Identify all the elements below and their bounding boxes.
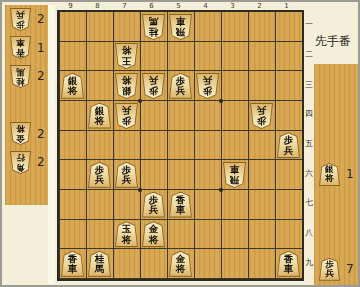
board-cell-9-6[interactable] — [59, 160, 86, 190]
board-cell-5-2[interactable] — [167, 42, 194, 72]
piece-kanji: 車 — [170, 16, 191, 27]
piece-face: 香車 — [11, 37, 30, 58]
board-cell-9-5[interactable] — [59, 131, 86, 161]
hand-count: 1 — [346, 167, 356, 181]
hand-count: 2 — [37, 12, 47, 26]
hand-slot: 歩兵7 — [314, 253, 359, 285]
board-cell-8-2[interactable] — [86, 42, 113, 72]
hand-slot-empty — [5, 176, 48, 205]
board-cell-5-4[interactable] — [167, 101, 194, 131]
piece-face: 角行 — [11, 152, 30, 173]
shogi-piece-sente[interactable]: 銀将 — [61, 73, 84, 99]
piece-kanji: 兵 — [116, 175, 137, 186]
hand-slot: 歩兵2 — [5, 5, 48, 34]
piece-kanji: 兵 — [89, 175, 110, 186]
shogi-piece-sente[interactable]: 香車 — [169, 192, 192, 218]
hand-count: 2 — [37, 127, 47, 141]
board-cell-1-1[interactable] — [275, 12, 302, 42]
piece-kanji: 兵 — [278, 146, 299, 157]
shogi-piece-sente[interactable]: 歩兵 — [277, 132, 300, 158]
board-cell-3-4[interactable] — [221, 101, 248, 131]
piece-kanji: 金 — [11, 134, 30, 144]
piece-kanji: 車 — [11, 38, 30, 48]
board-cell-9-1[interactable] — [59, 12, 86, 42]
shogi-piece-sente[interactable]: 金将 — [169, 251, 192, 277]
piece-face: 歩兵 — [320, 259, 339, 280]
piece-kanji: 兵 — [251, 105, 272, 116]
piece-face: 金将 — [170, 252, 191, 276]
board-cell-4-9[interactable] — [194, 249, 221, 279]
piece-kanji: 兵 — [197, 75, 218, 86]
board-cell-9-7[interactable] — [59, 190, 86, 220]
piece-face: 歩兵 — [251, 104, 272, 128]
shogi-piece-gote[interactable]: 歩兵 — [10, 8, 31, 31]
shogi-piece-sente[interactable]: 歩兵 — [88, 162, 111, 188]
board-cell-8-1[interactable] — [86, 12, 113, 42]
piece-face: 銀将 — [116, 74, 137, 98]
board-cell-7-9[interactable] — [113, 249, 140, 279]
piece-kanji: 王 — [116, 56, 137, 67]
piece-face: 歩兵 — [143, 74, 164, 98]
piece-kanji: 歩 — [116, 115, 137, 126]
shogi-piece-gote[interactable]: 飛車 — [169, 14, 192, 40]
piece-kanji: 将 — [62, 86, 83, 97]
shogi-piece-gote[interactable]: 歩兵 — [196, 73, 219, 99]
piece-face: 歩兵 — [143, 193, 164, 217]
shogi-app: 歩兵2香車1桂馬2金将2角行2 987654321 桂馬飛車王将銀将銀将歩兵歩兵… — [0, 0, 360, 287]
rank-label: 一 — [303, 10, 315, 40]
board-cell-2-7[interactable] — [248, 190, 275, 220]
shogi-piece-sente[interactable]: 歩兵 — [115, 162, 138, 188]
tray-divider-strip — [48, 5, 55, 284]
board-cell-1-4[interactable] — [275, 101, 302, 131]
piece-kanji: 兵 — [143, 205, 164, 216]
piece-face: 銀将 — [320, 164, 339, 185]
hand-slot-empty — [314, 96, 359, 128]
board-cell-1-8[interactable] — [275, 220, 302, 250]
board-cell-3-7[interactable] — [221, 190, 248, 220]
piece-kanji: 兵 — [116, 105, 137, 116]
board-cell-8-5[interactable] — [86, 131, 113, 161]
shogi-piece-gote[interactable]: 角行 — [10, 151, 31, 174]
piece-kanji: 車 — [278, 264, 299, 275]
board-cell-1-2[interactable] — [275, 42, 302, 72]
piece-kanji: 飛 — [224, 174, 245, 185]
board-cell-2-6[interactable] — [248, 160, 275, 190]
piece-kanji: 兵 — [170, 86, 191, 97]
hoshi-dot — [138, 99, 142, 103]
gote-hand-tray: 歩兵2香車1桂馬2金将2角行2 — [5, 5, 48, 205]
piece-kanji: 飛 — [170, 26, 191, 37]
board-cell-3-2[interactable] — [221, 42, 248, 72]
board-cells — [59, 12, 302, 279]
shogi-piece-gote[interactable]: 桂馬 — [10, 65, 31, 88]
piece-face: 桂馬 — [143, 15, 164, 39]
shogi-piece-gote[interactable]: 金将 — [10, 122, 31, 145]
piece-kanji: 将 — [170, 264, 191, 275]
piece-face: 桂馬 — [11, 66, 30, 87]
piece-kanji: 将 — [143, 235, 164, 246]
board: 桂馬飛車王将銀将銀将歩兵歩兵歩兵銀将歩兵歩兵歩兵歩兵歩兵飛車歩兵香車玉将金将香車… — [57, 10, 304, 281]
piece-face: 銀将 — [89, 104, 110, 128]
piece-kanji: 兵 — [320, 269, 339, 279]
hoshi-dot — [219, 99, 223, 103]
board-cell-4-7[interactable] — [194, 190, 221, 220]
shogi-piece-sente[interactable]: 歩兵 — [319, 258, 340, 281]
piece-face: 金将 — [11, 123, 30, 144]
shogi-piece-gote[interactable]: 飛車 — [223, 162, 246, 188]
piece-face: 金将 — [143, 222, 164, 246]
piece-kanji: 将 — [11, 124, 30, 134]
piece-kanji: 歩 — [143, 85, 164, 96]
piece-kanji: 香 — [11, 48, 30, 58]
board-cell-2-8[interactable] — [248, 220, 275, 250]
board-cell-4-4[interactable] — [194, 101, 221, 131]
piece-face: 香車 — [170, 193, 191, 217]
hand-slot: 角行2 — [5, 148, 48, 177]
shogi-piece-sente[interactable]: 銀将 — [88, 103, 111, 129]
board-cell-5-6[interactable] — [167, 160, 194, 190]
board-cell-1-7[interactable] — [275, 190, 302, 220]
piece-face: 歩兵 — [89, 163, 110, 187]
board-cell-3-8[interactable] — [221, 220, 248, 250]
hand-slot: 香車1 — [5, 34, 48, 63]
board-cell-5-8[interactable] — [167, 220, 194, 250]
piece-kanji: 馬 — [143, 16, 164, 27]
board-cell-6-2[interactable] — [140, 42, 167, 72]
piece-kanji: 行 — [11, 153, 30, 163]
hand-count: 2 — [37, 155, 47, 169]
board-cell-2-1[interactable] — [248, 12, 275, 42]
piece-kanji: 車 — [224, 164, 245, 175]
piece-kanji: 歩 — [197, 85, 218, 96]
hand-slot-empty — [314, 64, 359, 96]
shogi-piece-sente[interactable]: 香車 — [277, 251, 300, 277]
hand-slot: 桂馬2 — [5, 62, 48, 91]
board-cell-9-2[interactable] — [59, 42, 86, 72]
shogi-piece-sente[interactable]: 歩兵 — [142, 192, 165, 218]
piece-kanji: 馬 — [11, 67, 30, 77]
shogi-piece-gote[interactable]: 桂馬 — [142, 14, 165, 40]
board-cell-5-5[interactable] — [167, 131, 194, 161]
hand-slot: 金将2 — [5, 119, 48, 148]
shogi-piece-sente[interactable]: 金将 — [142, 221, 165, 247]
piece-kanji: 将 — [116, 235, 137, 246]
board-cell-4-5[interactable] — [194, 131, 221, 161]
hand-slot-empty — [314, 222, 359, 254]
hand-count: 2 — [37, 69, 47, 83]
shogi-piece-sente[interactable]: 銀将 — [319, 163, 340, 186]
piece-kanji: 車 — [62, 264, 83, 275]
hand-slot: 銀将1 — [314, 159, 359, 191]
piece-kanji: 歩 — [11, 19, 30, 29]
piece-face: 王将 — [116, 44, 137, 68]
piece-kanji: 桂 — [11, 76, 30, 86]
board-cell-8-3[interactable] — [86, 71, 113, 101]
piece-kanji: 歩 — [251, 115, 272, 126]
board-cell-4-6[interactable] — [194, 160, 221, 190]
piece-kanji: 馬 — [89, 264, 110, 275]
shogi-piece-gote[interactable]: 歩兵 — [142, 73, 165, 99]
hand-slot-empty — [314, 190, 359, 222]
piece-kanji: 兵 — [11, 10, 30, 20]
piece-face: 歩兵 — [197, 74, 218, 98]
piece-kanji: 角 — [11, 162, 30, 172]
board-cell-6-9[interactable] — [140, 249, 167, 279]
piece-face: 歩兵 — [116, 104, 137, 128]
shogi-piece-gote[interactable]: 王将 — [115, 43, 138, 69]
board-cell-7-7[interactable] — [113, 190, 140, 220]
board-cell-1-6[interactable] — [275, 160, 302, 190]
shogi-piece-gote[interactable]: 香車 — [10, 36, 31, 59]
board-cell-3-9[interactable] — [221, 249, 248, 279]
shogi-piece-sente[interactable]: 桂馬 — [88, 251, 111, 277]
board-cell-2-2[interactable] — [248, 42, 275, 72]
board-cell-6-4[interactable] — [140, 101, 167, 131]
board-cell-9-4[interactable] — [59, 101, 86, 131]
piece-face: 歩兵 — [11, 9, 30, 30]
piece-kanji: 兵 — [143, 75, 164, 86]
piece-kanji: 将 — [116, 45, 137, 56]
piece-kanji: 将 — [89, 116, 110, 127]
piece-face: 歩兵 — [116, 163, 137, 187]
shogi-piece-sente[interactable]: 玉将 — [115, 221, 138, 247]
board-cell-1-3[interactable] — [275, 71, 302, 101]
hoshi-dot — [219, 188, 223, 192]
piece-kanji: 車 — [170, 205, 191, 216]
board-cell-3-5[interactable] — [221, 131, 248, 161]
board-cell-4-2[interactable] — [194, 42, 221, 72]
hand-slot-empty — [314, 127, 359, 159]
piece-kanji: 桂 — [143, 26, 164, 37]
board-cell-2-5[interactable] — [248, 131, 275, 161]
board-cell-8-7[interactable] — [86, 190, 113, 220]
board-cell-2-3[interactable] — [248, 71, 275, 101]
board-cell-2-9[interactable] — [248, 249, 275, 279]
piece-face: 香車 — [62, 252, 83, 276]
piece-face: 飛車 — [224, 163, 245, 187]
board-cell-7-5[interactable] — [113, 131, 140, 161]
hand-slot-empty — [5, 91, 48, 120]
piece-face: 歩兵 — [278, 133, 299, 157]
piece-kanji: 銀 — [116, 85, 137, 96]
board-cell-4-1[interactable] — [194, 12, 221, 42]
piece-face: 桂馬 — [89, 252, 110, 276]
board-cell-3-3[interactable] — [221, 71, 248, 101]
board-cell-8-8[interactable] — [86, 220, 113, 250]
sente-hand-tray: 銀将1歩兵7 — [314, 64, 359, 285]
shogi-piece-sente[interactable]: 香車 — [61, 251, 84, 277]
shogi-piece-sente[interactable]: 歩兵 — [169, 73, 192, 99]
piece-face: 歩兵 — [170, 74, 191, 98]
piece-face: 飛車 — [170, 15, 191, 39]
hand-count: 7 — [346, 262, 356, 276]
hand-count: 1 — [37, 41, 47, 55]
board-cell-6-5[interactable] — [140, 131, 167, 161]
board-cell-3-1[interactable] — [221, 12, 248, 42]
board-cell-7-1[interactable] — [113, 12, 140, 42]
board-cell-4-8[interactable] — [194, 220, 221, 250]
piece-kanji: 将 — [320, 174, 339, 184]
shogi-piece-gote[interactable]: 歩兵 — [250, 103, 273, 129]
piece-kanji: 将 — [116, 75, 137, 86]
hoshi-dot — [138, 188, 142, 192]
board-cell-9-8[interactable] — [59, 220, 86, 250]
piece-face: 銀将 — [62, 74, 83, 98]
board-cell-6-6[interactable] — [140, 160, 167, 190]
turn-indicator: 先手番 — [315, 33, 360, 49]
shogi-piece-gote[interactable]: 銀将 — [115, 73, 138, 99]
piece-face: 玉将 — [116, 222, 137, 246]
piece-face: 香車 — [278, 252, 299, 276]
shogi-piece-gote[interactable]: 歩兵 — [115, 103, 138, 129]
